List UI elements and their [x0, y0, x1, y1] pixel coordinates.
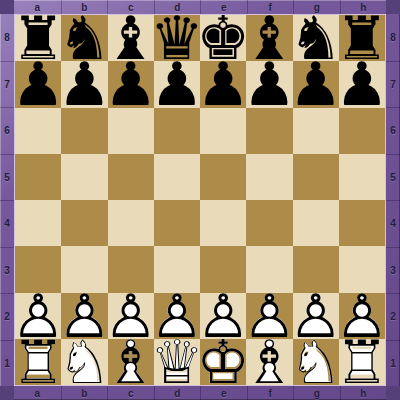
- rank-label-1: 1: [386, 340, 400, 387]
- piece-white-pawn: ♟♙: [246, 293, 292, 339]
- white-pawn-glyph: ♟: [200, 293, 246, 339]
- white-pawn-outline: ♙: [293, 293, 339, 339]
- rank-label-8: 8: [0, 14, 14, 61]
- file-label-a: a: [14, 386, 61, 400]
- square-c4[interactable]: [108, 200, 154, 246]
- frame-corner-bottom-left: [0, 386, 14, 400]
- white-knight-glyph: ♞: [61, 339, 107, 385]
- piece-white-rook: ♜♖: [15, 339, 61, 385]
- white-pawn-outline: ♙: [154, 293, 200, 339]
- white-pawn-glyph: ♟: [293, 293, 339, 339]
- rank-label-3: 3: [386, 247, 400, 294]
- piece-white-king: ♚♔: [200, 339, 246, 385]
- square-e6[interactable]: [200, 108, 246, 154]
- white-king-glyph: ♚: [200, 339, 246, 385]
- white-rook-glyph: ♜: [15, 339, 61, 385]
- piece-black-pawn: ♟: [200, 61, 246, 107]
- black-bishop-glyph: ♝: [108, 15, 154, 61]
- piece-white-bishop: ♝♗: [246, 339, 292, 385]
- black-pawn-glyph: ♟: [339, 61, 385, 107]
- rank-label-5: 5: [0, 154, 14, 201]
- black-rook-glyph: ♜: [15, 15, 61, 61]
- file-label-b: b: [61, 386, 108, 400]
- square-f1[interactable]: ♝♗: [246, 339, 292, 385]
- piece-black-pawn: ♟: [339, 61, 385, 107]
- square-g4[interactable]: [293, 200, 339, 246]
- square-h6[interactable]: [339, 108, 385, 154]
- square-f2[interactable]: ♟♙: [246, 293, 292, 339]
- square-h7[interactable]: ♟: [339, 61, 385, 107]
- black-bishop-glyph: ♝: [246, 15, 292, 61]
- square-d8[interactable]: ♛: [154, 15, 200, 61]
- square-f6[interactable]: [246, 108, 292, 154]
- rank-label-3: 3: [0, 247, 14, 294]
- white-queen-glyph: ♛: [154, 339, 200, 385]
- square-b7[interactable]: ♟: [61, 61, 107, 107]
- white-bishop-outline: ♗: [246, 339, 292, 385]
- white-knight-glyph: ♞: [293, 339, 339, 385]
- file-label-c: c: [107, 0, 154, 14]
- piece-black-bishop: ♝: [108, 15, 154, 61]
- white-bishop-glyph: ♝: [246, 339, 292, 385]
- square-d4[interactable]: [154, 200, 200, 246]
- file-label-a: a: [14, 0, 61, 14]
- square-h5[interactable]: [339, 154, 385, 200]
- square-g3[interactable]: [293, 246, 339, 292]
- square-b4[interactable]: [61, 200, 107, 246]
- square-g6[interactable]: [293, 108, 339, 154]
- square-b8[interactable]: ♞: [61, 15, 107, 61]
- square-a8[interactable]: ♜: [15, 15, 61, 61]
- square-e8[interactable]: ♚: [200, 15, 246, 61]
- square-d5[interactable]: [154, 154, 200, 200]
- white-knight-outline: ♘: [293, 339, 339, 385]
- white-rook-outline: ♖: [339, 339, 385, 385]
- square-b3[interactable]: [61, 246, 107, 292]
- white-pawn-outline: ♙: [339, 293, 385, 339]
- square-a2[interactable]: ♟♙: [15, 293, 61, 339]
- piece-black-bishop: ♝: [246, 15, 292, 61]
- white-knight-outline: ♘: [61, 339, 107, 385]
- file-label-h: h: [340, 0, 387, 14]
- white-pawn-glyph: ♟: [154, 293, 200, 339]
- piece-black-pawn: ♟: [61, 61, 107, 107]
- rank-label-5: 5: [386, 154, 400, 201]
- square-c1[interactable]: ♝♗: [108, 339, 154, 385]
- file-label-e: e: [200, 0, 247, 14]
- square-a6[interactable]: [15, 108, 61, 154]
- white-pawn-glyph: ♟: [61, 293, 107, 339]
- square-d3[interactable]: [154, 246, 200, 292]
- chess-diagram: abcdefgh abcdefgh 87654321 87654321 ♜♞♝♛…: [0, 0, 400, 400]
- piece-black-pawn: ♟: [108, 61, 154, 107]
- rank-label-4: 4: [386, 200, 400, 247]
- white-pawn-glyph: ♟: [108, 293, 154, 339]
- white-pawn-outline: ♙: [200, 293, 246, 339]
- square-c7[interactable]: ♟: [108, 61, 154, 107]
- square-e5[interactable]: [200, 154, 246, 200]
- square-h2[interactable]: ♟♙: [339, 293, 385, 339]
- square-d1[interactable]: ♛♕: [154, 339, 200, 385]
- piece-white-pawn: ♟♙: [61, 293, 107, 339]
- white-bishop-glyph: ♝: [108, 339, 154, 385]
- rank-label-8: 8: [386, 14, 400, 61]
- square-a3[interactable]: [15, 246, 61, 292]
- white-rook-glyph: ♜: [339, 339, 385, 385]
- frame-corner-top-left: [0, 0, 14, 14]
- piece-white-pawn: ♟♙: [108, 293, 154, 339]
- square-e1[interactable]: ♚♔: [200, 339, 246, 385]
- rank-labels-left: 87654321: [0, 14, 14, 386]
- piece-black-queen: ♛: [154, 15, 200, 61]
- square-b5[interactable]: [61, 154, 107, 200]
- square-e3[interactable]: [200, 246, 246, 292]
- piece-white-bishop: ♝♗: [108, 339, 154, 385]
- square-a1[interactable]: ♜♖: [15, 339, 61, 385]
- white-king-outline: ♔: [200, 339, 246, 385]
- square-b1[interactable]: ♞♘: [61, 339, 107, 385]
- square-d7[interactable]: ♟: [154, 61, 200, 107]
- square-h4[interactable]: [339, 200, 385, 246]
- black-pawn-glyph: ♟: [246, 61, 292, 107]
- piece-white-pawn: ♟♙: [154, 293, 200, 339]
- white-pawn-outline: ♙: [108, 293, 154, 339]
- square-f7[interactable]: ♟: [246, 61, 292, 107]
- file-label-e: e: [200, 386, 247, 400]
- white-pawn-glyph: ♟: [15, 293, 61, 339]
- square-f3[interactable]: [246, 246, 292, 292]
- square-f8[interactable]: ♝: [246, 15, 292, 61]
- square-e4[interactable]: [200, 200, 246, 246]
- piece-white-knight: ♞♘: [293, 339, 339, 385]
- file-label-f: f: [247, 386, 294, 400]
- piece-white-queen: ♛♕: [154, 339, 200, 385]
- square-b6[interactable]: [61, 108, 107, 154]
- piece-white-pawn: ♟♙: [293, 293, 339, 339]
- rank-label-7: 7: [0, 61, 14, 108]
- rank-label-6: 6: [0, 107, 14, 154]
- piece-white-knight: ♞♘: [61, 339, 107, 385]
- square-g8[interactable]: ♞: [293, 15, 339, 61]
- square-g1[interactable]: ♞♘: [293, 339, 339, 385]
- piece-black-pawn: ♟: [246, 61, 292, 107]
- rank-label-4: 4: [0, 200, 14, 247]
- piece-black-rook: ♜: [15, 15, 61, 61]
- white-queen-outline: ♕: [154, 339, 200, 385]
- square-h1[interactable]: ♜♖: [339, 339, 385, 385]
- square-h8[interactable]: ♜: [339, 15, 385, 61]
- square-f4[interactable]: [246, 200, 292, 246]
- square-c3[interactable]: [108, 246, 154, 292]
- piece-black-pawn: ♟: [154, 61, 200, 107]
- piece-black-knight: ♞: [293, 15, 339, 61]
- rank-label-2: 2: [386, 293, 400, 340]
- piece-white-pawn: ♟♙: [15, 293, 61, 339]
- square-a4[interactable]: [15, 200, 61, 246]
- frame-corner-bottom-right: [386, 386, 400, 400]
- square-h3[interactable]: [339, 246, 385, 292]
- black-pawn-glyph: ♟: [108, 61, 154, 107]
- frame-corner-top-right: [386, 0, 400, 14]
- white-pawn-outline: ♙: [246, 293, 292, 339]
- black-knight-glyph: ♞: [61, 15, 107, 61]
- file-label-g: g: [293, 386, 340, 400]
- white-pawn-glyph: ♟: [246, 293, 292, 339]
- square-g2[interactable]: ♟♙: [293, 293, 339, 339]
- white-pawn-glyph: ♟: [339, 293, 385, 339]
- rank-label-6: 6: [386, 107, 400, 154]
- black-knight-glyph: ♞: [293, 15, 339, 61]
- white-bishop-outline: ♗: [108, 339, 154, 385]
- black-rook-glyph: ♜: [339, 15, 385, 61]
- file-label-b: b: [61, 0, 108, 14]
- black-pawn-glyph: ♟: [15, 61, 61, 107]
- square-e7[interactable]: ♟: [200, 61, 246, 107]
- chess-board: ♜♞♝♛♚♝♞♜♟♟♟♟♟♟♟♟♟♙♟♙♟♙♟♙♟♙♟♙♟♙♟♙♜♖♞♘♝♗♛♕…: [14, 14, 386, 386]
- square-b2[interactable]: ♟♙: [61, 293, 107, 339]
- square-g5[interactable]: [293, 154, 339, 200]
- rank-label-1: 1: [0, 340, 14, 387]
- piece-white-rook: ♜♖: [339, 339, 385, 385]
- black-pawn-glyph: ♟: [293, 61, 339, 107]
- piece-black-king: ♚: [200, 15, 246, 61]
- square-c2[interactable]: ♟♙: [108, 293, 154, 339]
- square-a5[interactable]: [15, 154, 61, 200]
- square-g7[interactable]: ♟: [293, 61, 339, 107]
- piece-white-pawn: ♟♙: [339, 293, 385, 339]
- black-queen-glyph: ♛: [154, 15, 200, 61]
- square-d2[interactable]: ♟♙: [154, 293, 200, 339]
- file-label-f: f: [247, 0, 294, 14]
- black-pawn-glyph: ♟: [154, 61, 200, 107]
- square-c6[interactable]: [108, 108, 154, 154]
- square-f5[interactable]: [246, 154, 292, 200]
- black-pawn-glyph: ♟: [61, 61, 107, 107]
- file-label-h: h: [340, 386, 387, 400]
- rank-label-7: 7: [386, 61, 400, 108]
- black-king-glyph: ♚: [200, 15, 246, 61]
- white-pawn-outline: ♙: [15, 293, 61, 339]
- piece-black-rook: ♜: [339, 15, 385, 61]
- white-rook-outline: ♖: [15, 339, 61, 385]
- file-label-c: c: [107, 386, 154, 400]
- square-c8[interactable]: ♝: [108, 15, 154, 61]
- square-d6[interactable]: [154, 108, 200, 154]
- black-pawn-glyph: ♟: [200, 61, 246, 107]
- piece-black-pawn: ♟: [293, 61, 339, 107]
- file-label-d: d: [154, 386, 201, 400]
- file-label-d: d: [154, 0, 201, 14]
- file-labels-bottom: abcdefgh: [14, 386, 386, 400]
- file-labels-top: abcdefgh: [14, 0, 386, 14]
- piece-black-pawn: ♟: [15, 61, 61, 107]
- piece-black-knight: ♞: [61, 15, 107, 61]
- square-e2[interactable]: ♟♙: [200, 293, 246, 339]
- square-a7[interactable]: ♟: [15, 61, 61, 107]
- rank-labels-right: 87654321: [386, 14, 400, 386]
- rank-label-2: 2: [0, 293, 14, 340]
- white-pawn-outline: ♙: [61, 293, 107, 339]
- piece-white-pawn: ♟♙: [200, 293, 246, 339]
- square-c5[interactable]: [108, 154, 154, 200]
- file-label-g: g: [293, 0, 340, 14]
